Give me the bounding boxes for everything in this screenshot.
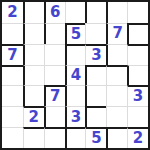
cell-r5c1[interactable] xyxy=(2,85,23,106)
cell-r1c1[interactable]: 2 xyxy=(2,2,23,23)
cell-r4c6[interactable] xyxy=(106,65,127,86)
cell-r6c6[interactable] xyxy=(106,106,127,127)
given-digit: 3 xyxy=(91,48,101,63)
cell-r3c1[interactable]: 7 xyxy=(2,44,23,65)
cell-r7c4[interactable] xyxy=(65,127,86,148)
cell-r5c5[interactable] xyxy=(85,85,106,106)
cell-r1c6[interactable] xyxy=(106,2,127,23)
given-digit: 5 xyxy=(71,27,81,42)
cell-r1c2[interactable] xyxy=(23,2,44,23)
cell-r3c3[interactable] xyxy=(44,44,65,65)
cell-r2c7[interactable] xyxy=(127,23,148,44)
cell-r4c7[interactable] xyxy=(127,65,148,86)
cell-r2c6[interactable]: 7 xyxy=(106,23,127,44)
cell-r6c5[interactable] xyxy=(85,106,106,127)
cell-r5c7[interactable]: 3 xyxy=(127,85,148,106)
cell-r2c4[interactable]: 5 xyxy=(65,23,86,44)
cell-r1c4[interactable] xyxy=(65,2,86,23)
given-digit: 3 xyxy=(71,110,81,125)
cell-r7c3[interactable] xyxy=(44,127,65,148)
cell-r1c3[interactable]: 6 xyxy=(44,2,65,23)
puzzle-board: 2657734732352 xyxy=(0,0,150,150)
cell-r6c1[interactable] xyxy=(2,106,23,127)
given-digit: 3 xyxy=(133,89,143,104)
cell-r2c5[interactable] xyxy=(85,23,106,44)
cell-r4c3[interactable] xyxy=(44,65,65,86)
given-digit: 2 xyxy=(7,5,17,20)
cell-r3c4[interactable] xyxy=(65,44,86,65)
cell-r6c2[interactable]: 2 xyxy=(23,106,44,127)
given-digit: 2 xyxy=(29,110,39,125)
given-digit: 2 xyxy=(133,131,143,146)
cell-r6c3[interactable] xyxy=(44,106,65,127)
cell-r2c3[interactable] xyxy=(44,23,65,44)
cell-r5c6[interactable] xyxy=(106,85,127,106)
cell-r4c5[interactable] xyxy=(85,65,106,86)
cell-r7c2[interactable] xyxy=(23,127,44,148)
cell-r5c3[interactable]: 7 xyxy=(44,85,65,106)
cell-r3c6[interactable] xyxy=(106,44,127,65)
cell-r7c5[interactable]: 5 xyxy=(85,127,106,148)
cell-r2c2[interactable] xyxy=(23,23,44,44)
cell-r3c2[interactable] xyxy=(23,44,44,65)
cell-r3c7[interactable] xyxy=(127,44,148,65)
given-digit: 7 xyxy=(7,48,17,63)
given-digit: 4 xyxy=(71,68,81,83)
cell-r5c4[interactable] xyxy=(65,85,86,106)
cell-r4c2[interactable] xyxy=(23,65,44,86)
given-digit: 7 xyxy=(50,89,60,104)
cell-r2c1[interactable] xyxy=(2,23,23,44)
cell-r7c1[interactable] xyxy=(2,127,23,148)
given-digit: 7 xyxy=(112,26,122,41)
given-digit: 5 xyxy=(91,131,101,146)
cell-r6c7[interactable] xyxy=(127,106,148,127)
cell-r4c4[interactable]: 4 xyxy=(65,65,86,86)
cell-r3c5[interactable]: 3 xyxy=(85,44,106,65)
cell-r7c6[interactable] xyxy=(106,127,127,148)
cell-r5c2[interactable] xyxy=(23,85,44,106)
cell-r1c5[interactable] xyxy=(85,2,106,23)
cell-r1c7[interactable] xyxy=(127,2,148,23)
cell-r6c4[interactable]: 3 xyxy=(65,106,86,127)
cell-r4c1[interactable] xyxy=(2,65,23,86)
cell-r7c7[interactable]: 2 xyxy=(127,127,148,148)
given-digit: 6 xyxy=(50,5,60,20)
